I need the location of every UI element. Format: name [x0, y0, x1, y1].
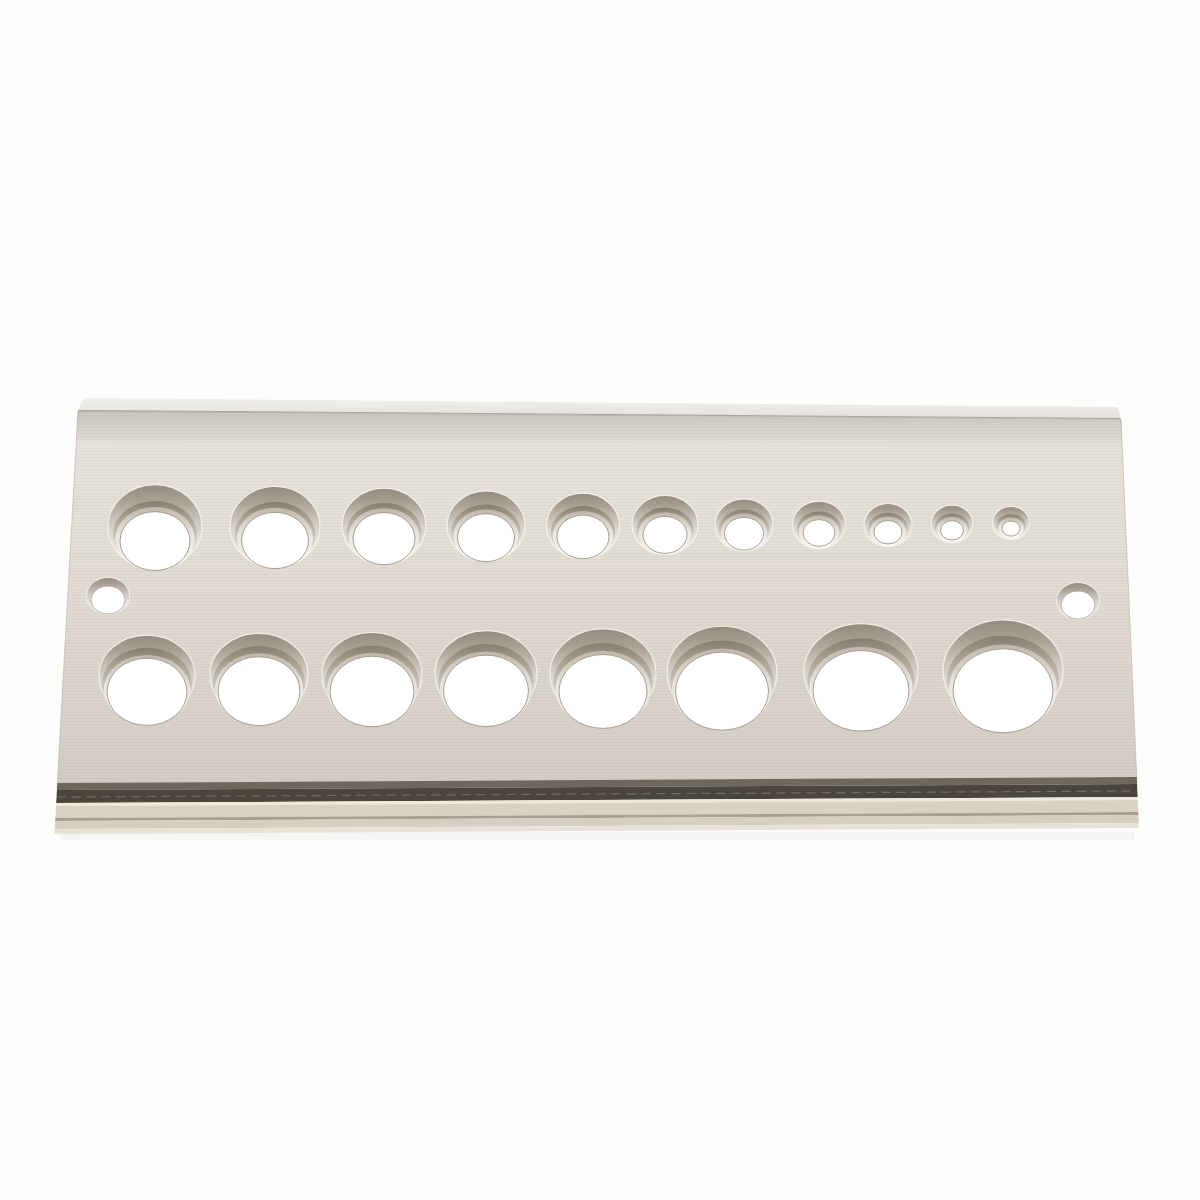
through-hole [643, 516, 687, 553]
through-hole [218, 657, 300, 726]
plate-face-brushed-texture [57, 411, 1137, 789]
through-hole [557, 515, 609, 559]
through-hole [941, 521, 964, 540]
mounting-hole [87, 578, 130, 615]
through-hole [874, 520, 902, 544]
top-row-countersunk-hole [793, 501, 846, 549]
through-hole [242, 512, 309, 568]
through-hole [330, 656, 414, 727]
top-row-countersunk-hole [931, 505, 973, 543]
through-hole [1002, 521, 1020, 536]
top-row-countersunk-hole [230, 487, 320, 569]
through-hole [813, 650, 909, 731]
through-hole [725, 517, 764, 550]
plate-front-edge [55, 777, 1139, 834]
product-photo [0, 0, 1200, 1200]
through-hole [120, 512, 190, 571]
through-hole [953, 649, 1053, 733]
top-row-countersunk-hole [715, 499, 773, 551]
through-hole [458, 514, 515, 562]
through-hole [91, 586, 125, 614]
top-row-countersunk-hole [993, 506, 1030, 539]
top-row-countersunk-hole [632, 495, 698, 554]
through-hole [444, 655, 529, 726]
plate-shadow [60, 832, 1135, 840]
mounting-hole [1057, 583, 1100, 620]
through-hole [1061, 591, 1095, 619]
through-hole [676, 652, 769, 730]
through-hole [353, 513, 415, 565]
top-row-countersunk-hole [864, 503, 912, 546]
top-row-countersunk-hole [108, 485, 202, 571]
through-hole [803, 520, 835, 547]
top-row-countersunk-hole [547, 493, 620, 559]
through-hole [107, 658, 187, 725]
top-row-countersunk-hole [447, 491, 525, 562]
metal-plate-scene [0, 0, 1200, 1200]
top-row-countersunk-hole [342, 488, 426, 565]
through-hole [559, 655, 647, 729]
